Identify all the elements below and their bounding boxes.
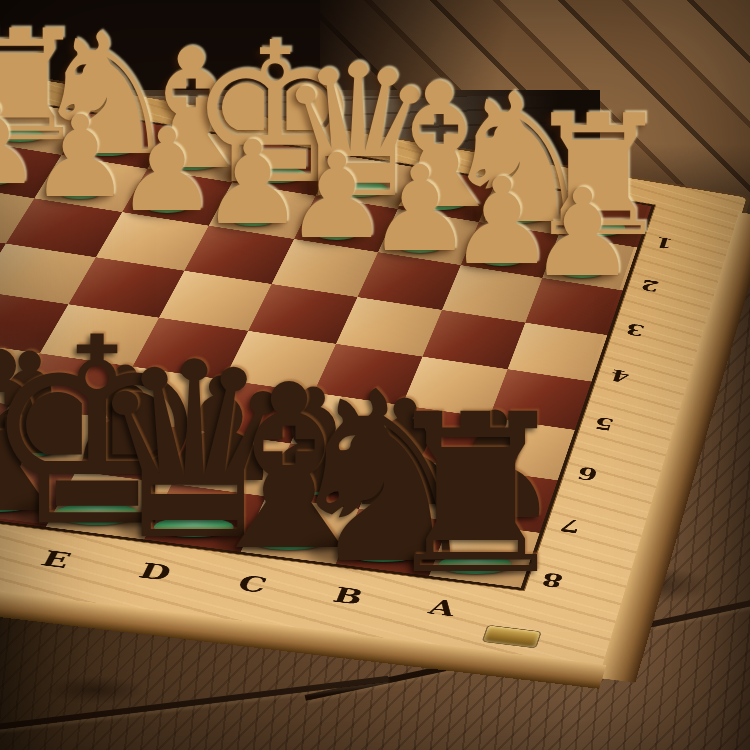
rank-label-7: 7 [557,514,583,537]
brass-clasp-icon [483,626,540,648]
square-a8 [429,521,540,588]
file-label-a: A [425,595,459,621]
scene: ABCDEFGH12345678 ♜♞♝♛♚♝♞♜♟♟♟♟♟♟♟♟♟♟♟♟♟♟♟… [0,0,750,750]
file-label-c: C [234,571,271,598]
rank-label-4: 4 [608,365,632,386]
rank-label-2: 2 [638,276,661,296]
board-grid [0,97,655,590]
rank-label-6: 6 [575,462,601,484]
file-label-e: E [37,546,76,573]
rank-label-3: 3 [623,319,647,339]
rank-label-8: 8 [539,568,566,592]
file-label-d: D [135,558,176,585]
rank-label-1: 1 [653,233,676,252]
file-label-b: B [330,583,367,610]
rank-label-5: 5 [592,413,617,435]
